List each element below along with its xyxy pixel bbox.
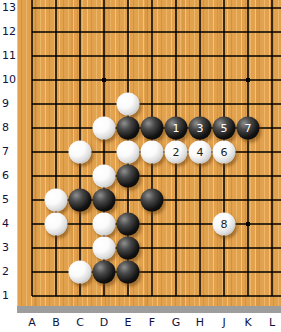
stone-black-C5[interactable] xyxy=(69,189,92,212)
col-label: A xyxy=(20,315,44,331)
move-number: 5 xyxy=(221,122,228,135)
row-label: 1 xyxy=(2,288,17,304)
stone-white-B5[interactable] xyxy=(45,189,68,212)
col-label: H xyxy=(188,315,212,331)
stone-black-K8[interactable]: 7 xyxy=(237,117,260,140)
row-label: 12 xyxy=(2,24,17,40)
row-label: 11 xyxy=(2,48,17,64)
move-number: 8 xyxy=(221,218,228,231)
move-number: 6 xyxy=(221,146,228,159)
col-label: D xyxy=(92,315,116,331)
move-number: 7 xyxy=(245,122,252,135)
stone-black-F8[interactable] xyxy=(141,117,164,140)
column-labels: ABCDEFGHJKL xyxy=(0,313,281,332)
col-label: K xyxy=(236,315,260,331)
col-label: E xyxy=(116,315,140,331)
stone-white-H7[interactable]: 4 xyxy=(189,141,212,164)
stone-white-D8[interactable] xyxy=(93,117,116,140)
row-label: 4 xyxy=(2,216,17,232)
row-label: 2 xyxy=(2,264,17,280)
col-label: B xyxy=(44,315,68,331)
stone-black-F5[interactable] xyxy=(141,189,164,212)
col-label: C xyxy=(68,315,92,331)
stone-white-D4[interactable] xyxy=(93,213,116,236)
stone-black-J8[interactable]: 5 xyxy=(213,117,236,140)
row-label: 6 xyxy=(2,168,17,184)
stone-white-J4[interactable]: 8 xyxy=(213,213,236,236)
stone-black-G8[interactable]: 1 xyxy=(165,117,188,140)
col-label: J xyxy=(212,315,236,331)
stone-white-E9[interactable] xyxy=(117,93,140,116)
stone-white-B4[interactable] xyxy=(45,213,68,236)
row-label: 8 xyxy=(2,120,17,136)
col-label: F xyxy=(140,315,164,331)
board-shadow xyxy=(17,306,281,313)
stone-white-J7[interactable]: 6 xyxy=(213,141,236,164)
go-diagram: 13572468 13121110987654321 ABCDEFGHJKL xyxy=(0,0,281,332)
move-number: 1 xyxy=(173,122,180,135)
row-label: 9 xyxy=(2,96,17,112)
stone-black-E4[interactable] xyxy=(117,213,140,236)
star-point xyxy=(246,78,250,82)
move-number: 3 xyxy=(197,122,204,135)
col-label: G xyxy=(164,315,188,331)
move-number: 4 xyxy=(197,146,204,159)
stone-white-D6[interactable] xyxy=(93,165,116,188)
stone-black-E3[interactable] xyxy=(117,237,140,260)
col-label: L xyxy=(260,315,281,331)
stone-black-E8[interactable] xyxy=(117,117,140,140)
row-label: 7 xyxy=(2,144,17,160)
star-point xyxy=(102,78,106,82)
stone-white-D3[interactable] xyxy=(93,237,116,260)
stone-black-D5[interactable] xyxy=(93,189,116,212)
stone-black-D2[interactable] xyxy=(93,261,116,284)
stone-black-H8[interactable]: 3 xyxy=(189,117,212,140)
stone-white-C7[interactable] xyxy=(69,141,92,164)
stone-white-C2[interactable] xyxy=(69,261,92,284)
stone-white-F7[interactable] xyxy=(141,141,164,164)
stone-white-E7[interactable] xyxy=(117,141,140,164)
star-point xyxy=(246,222,250,226)
stone-black-E6[interactable] xyxy=(117,165,140,188)
row-label: 13 xyxy=(2,0,17,16)
stone-black-E2[interactable] xyxy=(117,261,140,284)
row-labels: 13121110987654321 xyxy=(0,0,17,306)
row-label: 3 xyxy=(2,240,17,256)
go-board[interactable]: 13572468 xyxy=(17,0,281,306)
row-label: 10 xyxy=(2,72,17,88)
row-label: 5 xyxy=(2,192,17,208)
move-number: 2 xyxy=(173,146,180,159)
stone-white-G7[interactable]: 2 xyxy=(165,141,188,164)
